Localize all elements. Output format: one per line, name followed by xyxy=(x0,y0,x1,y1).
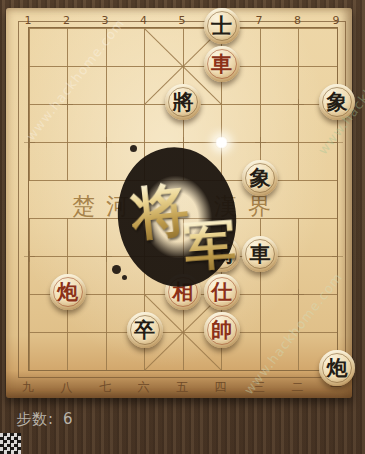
file-label-top: 4 xyxy=(137,14,151,27)
qr-watermark-fragment xyxy=(0,433,21,454)
piece-char: 炮 xyxy=(57,281,78,302)
game-screen: 士車將象象馬車炮相仕卒帥炮 楚河 漢界 123456789九八七六五四三二一 将… xyxy=(0,0,365,454)
piece-red-general[interactable]: 帥 xyxy=(204,312,240,348)
piece-char: 炮 xyxy=(327,357,348,378)
piece-black-advisor[interactable]: 士 xyxy=(204,8,240,44)
point-marker xyxy=(24,251,35,262)
piece-char: 將 xyxy=(173,91,194,112)
piece-black-chariot[interactable]: 車 xyxy=(242,236,278,272)
point-marker xyxy=(24,137,35,148)
ink-splash xyxy=(112,265,121,274)
piece-black-cannon[interactable]: 炮 xyxy=(319,350,355,386)
file-label-top: 1 xyxy=(21,14,35,27)
file-label-top: 8 xyxy=(291,14,305,27)
piece-char: 象 xyxy=(327,91,348,112)
point-marker xyxy=(62,99,73,110)
point-marker xyxy=(101,137,112,148)
ink-splash xyxy=(122,275,127,280)
piece-black-elephant[interactable]: 象 xyxy=(319,84,355,120)
point-marker xyxy=(255,137,266,148)
ink-splash xyxy=(130,145,137,152)
point-marker xyxy=(332,137,343,148)
step-counter-label: 步数: xyxy=(16,410,54,428)
point-marker xyxy=(293,289,304,300)
file-label-top: 3 xyxy=(98,14,112,27)
file-label-top: 7 xyxy=(252,14,266,27)
check-stamp-overlay: 将 军 xyxy=(118,147,236,287)
file-label-bottom: 八 xyxy=(59,379,75,396)
point-marker xyxy=(101,251,112,262)
step-counter-value: 6 xyxy=(63,410,74,428)
file-label-bottom: 五 xyxy=(174,379,190,396)
piece-black-elephant[interactable]: 象 xyxy=(242,160,278,196)
point-marker xyxy=(178,137,189,148)
piece-black-soldier[interactable]: 卒 xyxy=(127,312,163,348)
piece-char: 卒 xyxy=(134,319,155,340)
piece-char: 士 xyxy=(211,15,232,36)
piece-red-cannon[interactable]: 炮 xyxy=(50,274,86,310)
file-label-bottom: 六 xyxy=(136,379,152,396)
file-label-bottom: 四 xyxy=(213,379,229,396)
piece-char: 車 xyxy=(250,243,271,264)
file-label-bottom: 九 xyxy=(20,379,36,396)
piece-char: 車 xyxy=(211,53,232,74)
file-label-bottom: 七 xyxy=(97,379,113,396)
piece-char: 帥 xyxy=(211,319,232,340)
piece-char: 象 xyxy=(250,167,271,188)
stamp-char-jun: 军 xyxy=(182,209,239,282)
point-marker xyxy=(332,251,343,262)
file-label-top: 9 xyxy=(329,14,343,27)
file-label-top: 5 xyxy=(175,14,189,27)
file-label-bottom: 二 xyxy=(290,379,306,396)
piece-red-chariot[interactable]: 車 xyxy=(204,46,240,82)
step-counter: 步数:6 xyxy=(16,410,74,429)
file-label-top: 2 xyxy=(60,14,74,27)
file-label-bottom: 三 xyxy=(251,379,267,396)
piece-black-general[interactable]: 將 xyxy=(165,84,201,120)
point-marker xyxy=(293,99,304,110)
